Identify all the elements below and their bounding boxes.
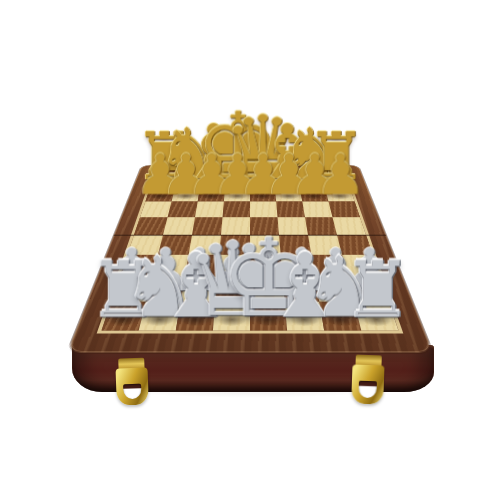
square-h5[interactable] bbox=[332, 217, 366, 235]
gold-pawn-h7[interactable]: ♟ bbox=[315, 147, 365, 203]
square-a6[interactable] bbox=[140, 201, 172, 217]
left-clasp-hole bbox=[123, 384, 142, 400]
left-clasp-loop bbox=[116, 367, 149, 405]
chess-set-photo: ♜♞♝♚♛♝♞♜♟♟♟♟♟♟♟♟♟♟♟♟♟♟♟♟♜♞♝♛♚♝♞♜ bbox=[0, 0, 500, 500]
chess-board: ♜♞♝♚♛♝♞♜♟♟♟♟♟♟♟♟♟♟♟♟♟♟♟♟♜♞♝♛♚♝♞♜ bbox=[67, 165, 433, 352]
right-clasp[interactable] bbox=[350, 354, 386, 404]
square-h1[interactable]: ♜ bbox=[354, 302, 398, 331]
board-squares: ♜♞♝♚♛♝♞♜♟♟♟♟♟♟♟♟♟♟♟♟♟♟♟♟♜♞♝♛♚♝♞♜ bbox=[102, 174, 399, 331]
square-h7[interactable]: ♟ bbox=[325, 187, 355, 201]
left-clasp[interactable] bbox=[114, 357, 150, 405]
silver-rook-h1[interactable]: ♜ bbox=[342, 252, 412, 330]
right-clasp-hole bbox=[358, 381, 377, 399]
square-h6[interactable] bbox=[328, 201, 360, 217]
board-frame: ♜♞♝♚♛♝♞♜♟♟♟♟♟♟♟♟♟♟♟♟♟♟♟♟♜♞♝♛♚♝♞♜ bbox=[67, 165, 433, 352]
right-clasp-loop bbox=[351, 364, 384, 404]
square-b6[interactable] bbox=[168, 201, 198, 217]
